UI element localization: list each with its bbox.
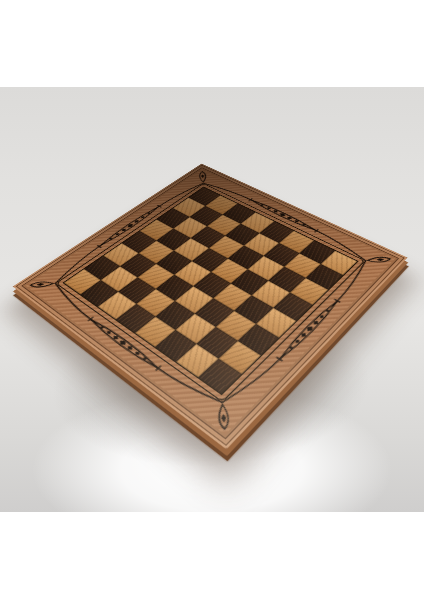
product-photo-area xyxy=(0,87,424,512)
corner-inlay-motif-top xyxy=(193,172,212,183)
corner-inlay-motif-bottom xyxy=(209,405,237,429)
corner-inlay-motif-right xyxy=(368,252,390,267)
corner-inlay-motif-left xyxy=(30,277,53,293)
